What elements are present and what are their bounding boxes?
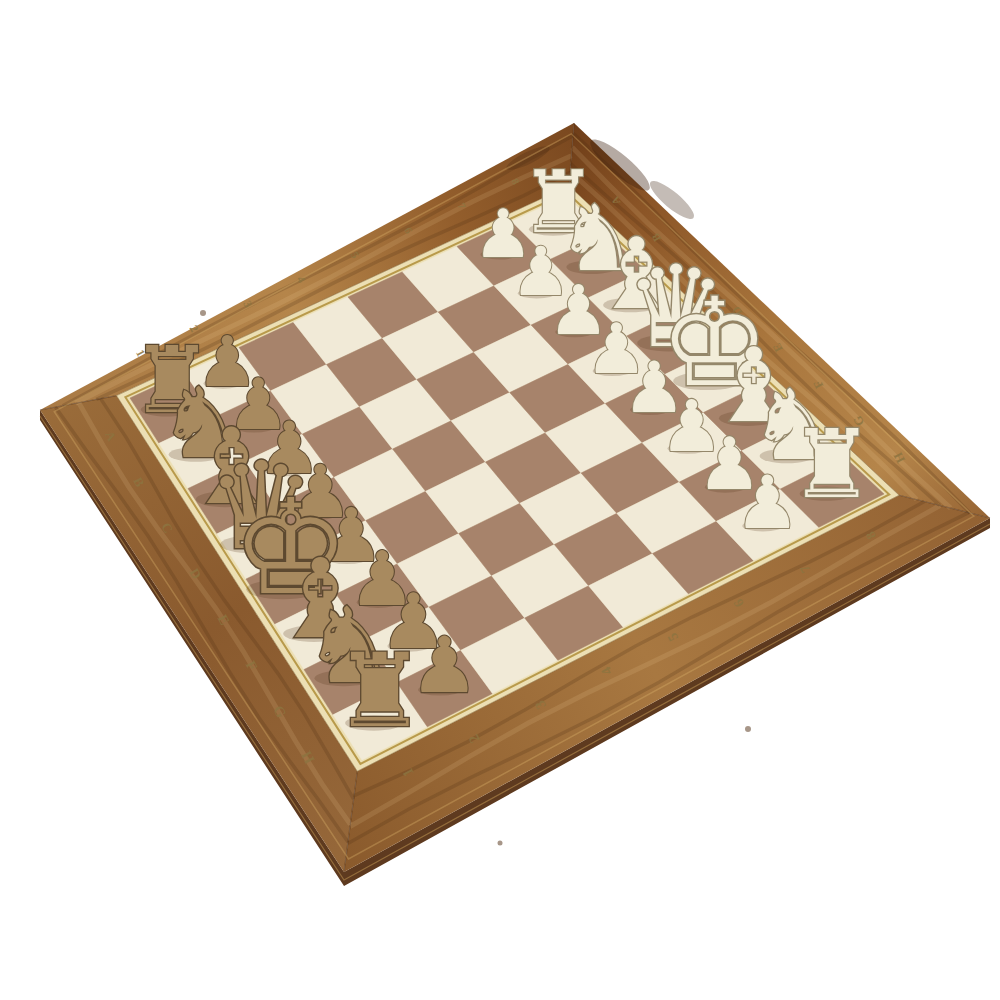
piece-brown-rook-h1[interactable]: ♜: [334, 631, 425, 750]
piece-cream-rook-h8[interactable]: ♜: [789, 409, 874, 519]
wood-knot: [745, 726, 751, 732]
chessboard: 1A1A2B2B3C3C4D4D5E5E6F6F7G7G8H8H♜♟♞♟♝♟♛♟…: [0, 0, 1000, 1000]
piece-cream-pawn-h7[interactable]: ♟: [734, 460, 800, 545]
wood-knot: [200, 310, 206, 316]
chessboard-photo: 1A1A2B2B3C3C4D4D5E5E6F6F7G7G8H8H♜♟♞♟♝♟♛♟…: [0, 0, 1000, 1000]
wood-knot: [498, 841, 503, 846]
